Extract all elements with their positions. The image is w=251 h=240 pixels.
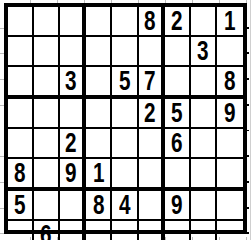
cell-r3c8[interactable] [191,67,217,99]
cell-r1c7: 2 [165,7,191,37]
cell-r8c3[interactable] [60,221,86,240]
given-digit: 6 [171,129,183,157]
cell-r7c5: 4 [112,191,138,221]
cell-r8c9[interactable] [217,221,243,240]
cell-r4c3[interactable] [60,99,86,129]
cell-r8c6[interactable] [139,221,165,240]
cell-r4c9: 9 [217,99,243,129]
cell-r2c9[interactable] [217,37,243,67]
sudoku-board: 821335782592689158496286 [4,3,247,234]
given-digit: 2 [144,99,156,127]
cell-r6c2[interactable] [34,159,60,191]
cell-r2c8: 3 [191,37,217,67]
given-digit: 2 [171,7,183,35]
cell-r7c1: 5 [8,191,34,221]
cell-r1c3[interactable] [60,7,86,37]
cell-r1c5[interactable] [112,7,138,37]
given-digit: 3 [66,67,78,95]
given-digit: 5 [14,191,26,219]
given-digit: 8 [144,7,156,35]
cell-r3c1[interactable] [8,67,34,99]
cell-r6c3: 9 [60,159,86,191]
cell-r4c5[interactable] [112,99,138,129]
given-digit: 4 [119,191,131,219]
given-digit: 5 [119,67,131,95]
given-digit: 9 [171,191,183,219]
given-digit: 2 [66,129,78,157]
cell-r8c5[interactable] [112,221,138,240]
cell-r6c7[interactable] [165,159,191,191]
spreadsheet-gridline-right [250,0,251,240]
cell-r5c7: 6 [165,129,191,159]
given-digit: 7 [144,67,156,95]
cell-r7c2[interactable] [34,191,60,221]
cell-r5c6[interactable] [139,129,165,159]
cell-r1c8[interactable] [191,7,217,37]
cell-r5c8[interactable] [191,129,217,159]
cell-r3c9: 8 [217,67,243,99]
cell-r6c8[interactable] [191,159,217,191]
cell-r7c7: 9 [165,191,191,221]
cell-r1c9: 1 [217,7,243,37]
cell-r2c3[interactable] [60,37,86,67]
cell-r4c2[interactable] [34,99,60,129]
cell-r8c2: 6 [34,221,60,240]
cell-r5c4[interactable] [86,129,112,159]
cell-r3c5: 5 [112,67,138,99]
cell-r3c4[interactable] [86,67,112,99]
cell-r4c4[interactable] [86,99,112,129]
cell-r8c4[interactable] [86,221,112,240]
cell-r1c1[interactable] [8,7,34,37]
cell-r2c6[interactable] [139,37,165,67]
given-digit: 8 [93,191,105,219]
given-digit: 9 [224,99,236,127]
cell-r7c6[interactable] [139,191,165,221]
cell-r7c8[interactable] [191,191,217,221]
cell-r5c9[interactable] [217,129,243,159]
cell-r7c4: 8 [86,191,112,221]
cell-r6c1: 8 [8,159,34,191]
given-digit: 1 [93,159,105,187]
cell-r1c2[interactable] [34,7,60,37]
given-digit: 6 [40,221,52,240]
cell-r2c5[interactable] [112,37,138,67]
given-digit: 8 [14,159,26,187]
cell-r6c6[interactable] [139,159,165,191]
cell-r4c8[interactable] [191,99,217,129]
cell-r1c6: 8 [139,7,165,37]
cell-r2c2[interactable] [34,37,60,67]
cell-r4c7: 5 [165,99,191,129]
cell-r2c4[interactable] [86,37,112,67]
cell-r5c5[interactable] [112,129,138,159]
cell-r8c1[interactable] [8,221,34,240]
cell-r8c8[interactable] [191,221,217,240]
given-digit: 1 [224,7,236,35]
cell-r5c3: 2 [60,129,86,159]
cell-r1c4[interactable] [86,7,112,37]
cell-r3c2[interactable] [34,67,60,99]
grid-line-stubs-right [247,3,249,234]
cell-r5c1[interactable] [8,129,34,159]
cell-r3c7[interactable] [165,67,191,99]
cell-r7c9[interactable] [217,191,243,221]
cell-r8c7[interactable] [165,221,191,240]
cell-r7c3[interactable] [60,191,86,221]
cell-r5c2[interactable] [34,129,60,159]
given-digit: 8 [224,67,236,95]
cell-r6c4: 1 [86,159,112,191]
cell-r2c7[interactable] [165,37,191,67]
given-digit: 9 [66,159,78,187]
cell-r6c9[interactable] [217,159,243,191]
cell-r2c1[interactable] [8,37,34,67]
cell-r3c6: 7 [139,67,165,99]
cell-r3c3: 3 [60,67,86,99]
cell-r4c1[interactable] [8,99,34,129]
given-digit: 5 [171,99,183,127]
given-digit: 3 [197,37,209,65]
cell-r4c6: 2 [139,99,165,129]
cell-r6c5[interactable] [112,159,138,191]
